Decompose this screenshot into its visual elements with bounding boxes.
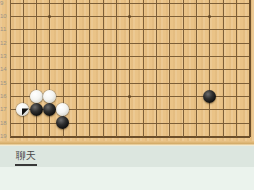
grid-line [103,0,104,137]
grid-line [156,0,157,137]
go-app-screen: 910111213141516171819 聊天 [0,0,254,190]
grid-line [196,0,197,137]
row-label: 17 [0,106,8,112]
grid-line [23,0,24,137]
row-label: 18 [0,120,8,126]
row-label: 15 [0,80,8,86]
chat-message-area[interactable] [0,167,254,190]
white-stone [43,90,56,103]
grid-line [169,0,170,137]
row-label: 14 [0,66,8,72]
grid-line [143,0,144,137]
grid-line [49,0,50,137]
row-label: 10 [0,13,8,19]
white-stone [30,90,43,103]
grid-line [236,0,237,137]
grid-line [129,0,130,137]
white-stone [56,103,69,116]
grid-line [89,0,90,137]
star-point [208,15,211,18]
row-label: 9 [0,0,8,6]
row-label: 12 [0,40,8,46]
grid-line [183,0,184,137]
grid-line [209,0,210,137]
black-stone [43,103,56,116]
black-stone [203,90,216,103]
grid-line [223,0,224,137]
row-label: 19 [0,133,8,139]
grid-line [10,0,11,137]
row-label: 16 [0,93,8,99]
grid-line [249,0,251,137]
row-label: 13 [0,53,8,59]
go-board[interactable]: 910111213141516171819 [0,0,254,145]
chat-tab-bar: 聊天 [0,145,254,167]
grid-line [76,0,77,137]
grid-line [36,0,37,137]
row-label: 11 [0,26,8,32]
black-stone [56,116,69,129]
black-stone [30,103,43,116]
tab-chat[interactable]: 聊天 [15,150,37,166]
grid-line [116,0,117,137]
